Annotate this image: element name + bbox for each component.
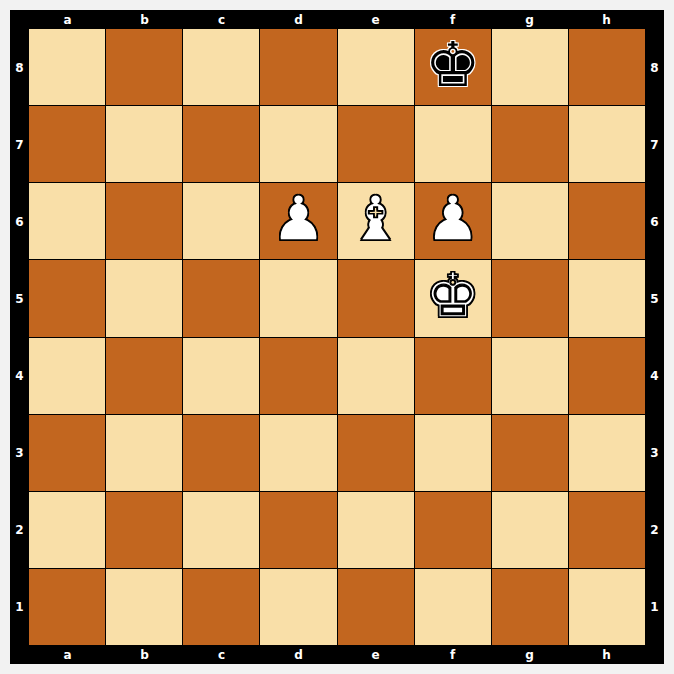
square-h2[interactable] <box>569 492 645 568</box>
file-labels-top: abcdefgh <box>29 10 645 29</box>
square-a7[interactable] <box>29 106 105 182</box>
file-label-g: g <box>491 10 568 29</box>
rank-label-6: 6 <box>645 183 664 260</box>
square-h3[interactable] <box>569 415 645 491</box>
rank-label-1: 1 <box>10 568 29 645</box>
square-h8[interactable] <box>569 29 645 105</box>
square-d6[interactable]: ♟ <box>260 183 336 259</box>
file-label-a: a <box>29 10 106 29</box>
square-f4[interactable] <box>415 338 491 414</box>
rank-label-5: 5 <box>645 260 664 337</box>
square-b6[interactable] <box>106 183 182 259</box>
rank-label-1: 1 <box>645 568 664 645</box>
square-e7[interactable] <box>338 106 414 182</box>
rank-label-8: 8 <box>645 29 664 106</box>
file-label-e: e <box>337 10 414 29</box>
rank-labels-right: 87654321 <box>645 29 664 645</box>
square-e4[interactable] <box>338 338 414 414</box>
square-e3[interactable] <box>338 415 414 491</box>
square-b4[interactable] <box>106 338 182 414</box>
square-a2[interactable] <box>29 492 105 568</box>
square-a4[interactable] <box>29 338 105 414</box>
square-h1[interactable] <box>569 569 645 645</box>
square-a1[interactable] <box>29 569 105 645</box>
square-a3[interactable] <box>29 415 105 491</box>
square-d5[interactable] <box>260 260 336 336</box>
rank-label-2: 2 <box>10 491 29 568</box>
file-label-h: h <box>568 645 645 664</box>
file-label-h: h <box>568 10 645 29</box>
square-b8[interactable] <box>106 29 182 105</box>
square-g3[interactable] <box>492 415 568 491</box>
square-c6[interactable] <box>183 183 259 259</box>
square-b1[interactable] <box>106 569 182 645</box>
file-label-d: d <box>260 645 337 664</box>
square-f3[interactable] <box>415 415 491 491</box>
square-a5[interactable] <box>29 260 105 336</box>
rank-label-3: 3 <box>645 414 664 491</box>
square-e1[interactable] <box>338 569 414 645</box>
square-f8[interactable]: ♚ <box>415 29 491 105</box>
square-g8[interactable] <box>492 29 568 105</box>
piece-white-pawn-f6[interactable]: ♟ <box>425 188 481 250</box>
square-e6[interactable]: ♝ <box>338 183 414 259</box>
square-b2[interactable] <box>106 492 182 568</box>
rank-label-7: 7 <box>10 106 29 183</box>
square-e8[interactable] <box>338 29 414 105</box>
square-g1[interactable] <box>492 569 568 645</box>
square-f7[interactable] <box>415 106 491 182</box>
rank-label-8: 8 <box>10 29 29 106</box>
square-e5[interactable] <box>338 260 414 336</box>
piece-black-king-f8[interactable]: ♚ <box>425 34 481 96</box>
rank-label-7: 7 <box>645 106 664 183</box>
file-label-a: a <box>29 645 106 664</box>
square-c1[interactable] <box>183 569 259 645</box>
square-b7[interactable] <box>106 106 182 182</box>
rank-label-6: 6 <box>10 183 29 260</box>
file-labels-bottom: abcdefgh <box>29 645 645 664</box>
square-d2[interactable] <box>260 492 336 568</box>
square-c3[interactable] <box>183 415 259 491</box>
file-label-b: b <box>106 645 183 664</box>
square-g7[interactable] <box>492 106 568 182</box>
square-f1[interactable] <box>415 569 491 645</box>
square-g5[interactable] <box>492 260 568 336</box>
square-b5[interactable] <box>106 260 182 336</box>
square-h6[interactable] <box>569 183 645 259</box>
square-c8[interactable] <box>183 29 259 105</box>
square-h4[interactable] <box>569 338 645 414</box>
square-h7[interactable] <box>569 106 645 182</box>
rank-label-4: 4 <box>10 337 29 414</box>
file-label-b: b <box>106 10 183 29</box>
square-g2[interactable] <box>492 492 568 568</box>
square-f6[interactable]: ♟ <box>415 183 491 259</box>
rank-label-4: 4 <box>645 337 664 414</box>
chess-board: ♚♟♝♟♚ <box>29 29 645 645</box>
square-d1[interactable] <box>260 569 336 645</box>
square-c5[interactable] <box>183 260 259 336</box>
square-a8[interactable] <box>29 29 105 105</box>
square-c2[interactable] <box>183 492 259 568</box>
square-d4[interactable] <box>260 338 336 414</box>
piece-white-king-f5[interactable]: ♚ <box>425 265 481 327</box>
board-frame: abcdefgh 87654321 ♚♟♝♟♚ 87654321 abcdefg… <box>10 10 664 664</box>
file-label-f: f <box>414 10 491 29</box>
rank-labels-left: 87654321 <box>10 29 29 645</box>
square-h5[interactable] <box>569 260 645 336</box>
file-label-g: g <box>491 645 568 664</box>
square-d8[interactable] <box>260 29 336 105</box>
square-g6[interactable] <box>492 183 568 259</box>
rank-label-2: 2 <box>645 491 664 568</box>
square-g4[interactable] <box>492 338 568 414</box>
square-a6[interactable] <box>29 183 105 259</box>
file-label-f: f <box>414 645 491 664</box>
square-d3[interactable] <box>260 415 336 491</box>
rank-label-5: 5 <box>10 260 29 337</box>
square-b3[interactable] <box>106 415 182 491</box>
file-label-d: d <box>260 10 337 29</box>
square-c4[interactable] <box>183 338 259 414</box>
file-label-c: c <box>183 645 260 664</box>
piece-white-pawn-d6[interactable]: ♟ <box>271 188 327 250</box>
chess-diagram: abcdefgh 87654321 ♚♟♝♟♚ 87654321 abcdefg… <box>0 0 674 674</box>
square-f2[interactable] <box>415 492 491 568</box>
square-c7[interactable] <box>183 106 259 182</box>
file-label-c: c <box>183 10 260 29</box>
square-f5[interactable]: ♚ <box>415 260 491 336</box>
square-d7[interactable] <box>260 106 336 182</box>
piece-white-bishop-e6[interactable]: ♝ <box>348 188 404 250</box>
rank-label-3: 3 <box>10 414 29 491</box>
square-e2[interactable] <box>338 492 414 568</box>
file-label-e: e <box>337 645 414 664</box>
